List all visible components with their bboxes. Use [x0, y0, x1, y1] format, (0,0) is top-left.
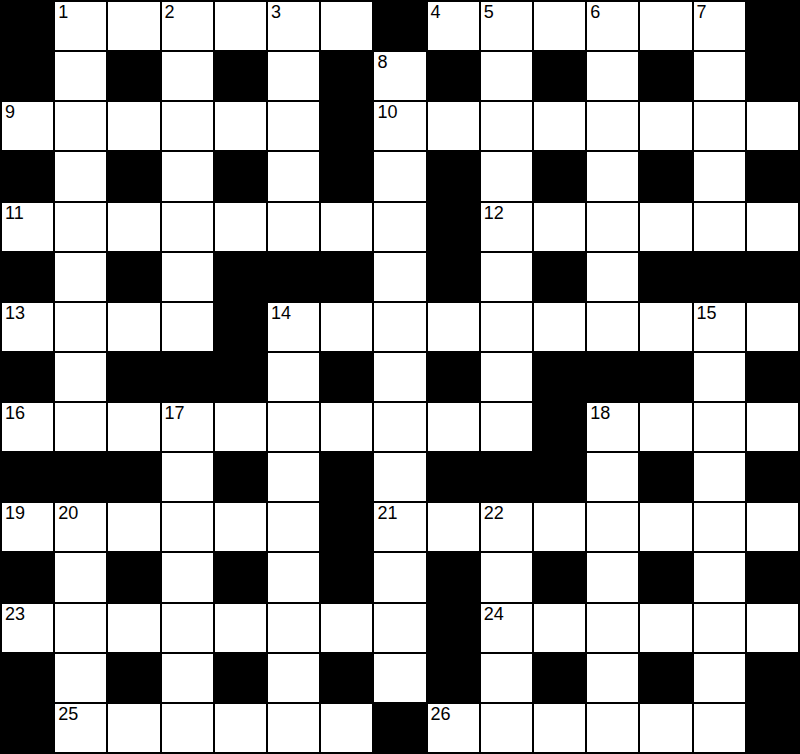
grid-cell[interactable]: 13	[2, 303, 53, 351]
grid-cell[interactable]	[747, 503, 798, 551]
block-cell	[428, 453, 479, 501]
grid-cell[interactable]	[694, 152, 745, 200]
grid-cell[interactable]: 9	[2, 102, 53, 150]
grid-cell[interactable]	[55, 203, 106, 251]
grid-cell[interactable]	[374, 353, 425, 401]
grid-cell[interactable]	[694, 604, 745, 652]
grid-cell[interactable]	[694, 403, 745, 451]
grid-cell[interactable]: 15	[694, 303, 745, 351]
grid-cell[interactable]	[587, 704, 638, 752]
block-cell	[108, 553, 159, 601]
clue-number: 15	[697, 304, 717, 323]
block-cell	[2, 453, 53, 501]
grid-cell[interactable]	[747, 403, 798, 451]
grid-cell[interactable]	[481, 403, 532, 451]
block-cell	[640, 152, 691, 200]
grid-cell[interactable]: 26	[428, 704, 479, 752]
grid-cell[interactable]: 16	[2, 403, 53, 451]
clue-number: 8	[377, 53, 387, 72]
block-cell	[321, 453, 372, 501]
grid-cell[interactable]	[268, 203, 319, 251]
grid-cell[interactable]	[55, 253, 106, 301]
grid-cell[interactable]	[694, 453, 745, 501]
grid-cell[interactable]	[268, 604, 319, 652]
grid-cell[interactable]	[640, 503, 691, 551]
block-cell	[321, 253, 372, 301]
grid-cell[interactable]: 11	[2, 203, 53, 251]
grid-cell[interactable]	[162, 203, 213, 251]
block-cell	[428, 203, 479, 251]
grid-cell[interactable]	[162, 503, 213, 551]
block-cell	[428, 654, 479, 702]
grid-cell[interactable]	[534, 704, 585, 752]
grid-cell[interactable]	[640, 203, 691, 251]
block-cell	[215, 152, 266, 200]
grid-cell[interactable]	[108, 102, 159, 150]
grid-cell[interactable]: 2	[162, 2, 213, 50]
grid-cell[interactable]: 12	[481, 203, 532, 251]
grid-cell[interactable]	[321, 604, 372, 652]
block-cell	[2, 152, 53, 200]
grid-cell[interactable]	[374, 453, 425, 501]
block-cell	[428, 253, 479, 301]
block-cell	[321, 353, 372, 401]
grid-cell[interactable]	[640, 403, 691, 451]
grid-cell[interactable]	[268, 704, 319, 752]
block-cell	[268, 253, 319, 301]
clue-number: 3	[271, 3, 281, 22]
clue-number: 13	[5, 304, 25, 323]
grid-cell[interactable]	[374, 553, 425, 601]
grid-cell[interactable]	[694, 52, 745, 100]
grid-cell[interactable]	[481, 353, 532, 401]
grid-cell[interactable]: 8	[374, 52, 425, 100]
grid-cell[interactable]	[321, 704, 372, 752]
grid-cell[interactable]	[215, 102, 266, 150]
block-cell	[428, 604, 479, 652]
block-cell	[587, 353, 638, 401]
grid-cell[interactable]	[587, 303, 638, 351]
block-cell	[108, 654, 159, 702]
block-cell	[108, 453, 159, 501]
block-cell	[534, 353, 585, 401]
block-cell	[321, 553, 372, 601]
block-cell	[747, 453, 798, 501]
grid-cell[interactable]	[428, 303, 479, 351]
block-cell	[162, 353, 213, 401]
grid-cell[interactable]	[321, 203, 372, 251]
grid-cell[interactable]	[587, 152, 638, 200]
grid-cell[interactable]	[215, 203, 266, 251]
clue-number: 22	[484, 504, 504, 523]
clue-number: 18	[590, 404, 610, 423]
clue-number: 1	[58, 3, 68, 22]
block-cell	[374, 2, 425, 50]
grid-cell[interactable]	[162, 604, 213, 652]
grid-cell[interactable]: 18	[587, 403, 638, 451]
block-cell	[747, 553, 798, 601]
grid-cell[interactable]: 3	[268, 2, 319, 50]
grid-cell[interactable]	[534, 303, 585, 351]
grid-cell[interactable]	[587, 52, 638, 100]
grid-cell[interactable]	[55, 403, 106, 451]
grid-cell[interactable]	[694, 654, 745, 702]
grid-cell[interactable]	[428, 102, 479, 150]
block-cell	[2, 353, 53, 401]
block-cell	[2, 553, 53, 601]
clue-number: 5	[484, 3, 494, 22]
block-cell	[747, 52, 798, 100]
grid-cell[interactable]: 1	[55, 2, 106, 50]
grid-cell[interactable]	[321, 2, 372, 50]
grid-cell[interactable]	[747, 102, 798, 150]
block-cell	[534, 52, 585, 100]
grid-cell[interactable]	[162, 654, 213, 702]
grid-cell[interactable]	[321, 403, 372, 451]
grid-cell[interactable]	[374, 654, 425, 702]
grid-cell[interactable]	[268, 353, 319, 401]
grid-cell[interactable]	[108, 2, 159, 50]
clue-number: 26	[431, 705, 451, 724]
grid-cell[interactable]	[55, 604, 106, 652]
grid-cell[interactable]	[108, 403, 159, 451]
clue-number: 24	[484, 605, 504, 624]
block-cell	[640, 353, 691, 401]
grid-cell[interactable]	[587, 654, 638, 702]
grid-cell[interactable]	[534, 503, 585, 551]
grid-cell[interactable]: 21	[374, 503, 425, 551]
block-cell	[108, 253, 159, 301]
block-cell	[215, 654, 266, 702]
grid-cell[interactable]	[587, 503, 638, 551]
grid-cell[interactable]	[640, 303, 691, 351]
clue-number: 6	[590, 3, 600, 22]
grid-cell[interactable]	[162, 253, 213, 301]
grid-cell[interactable]	[108, 203, 159, 251]
block-cell	[321, 102, 372, 150]
clue-number: 19	[5, 504, 25, 523]
grid-cell[interactable]	[587, 203, 638, 251]
grid-cell[interactable]	[55, 152, 106, 200]
block-cell	[428, 553, 479, 601]
block-cell	[534, 152, 585, 200]
grid-cell[interactable]	[481, 704, 532, 752]
block-cell	[534, 253, 585, 301]
grid-cell[interactable]	[694, 353, 745, 401]
block-cell	[215, 52, 266, 100]
grid-cell[interactable]: 23	[2, 604, 53, 652]
clue-number: 4	[431, 3, 441, 22]
clue-number: 12	[484, 204, 504, 223]
block-cell	[2, 2, 53, 50]
grid-cell[interactable]: 14	[268, 303, 319, 351]
block-cell	[428, 152, 479, 200]
grid-cell[interactable]	[694, 553, 745, 601]
grid-cell[interactable]	[747, 604, 798, 652]
grid-cell[interactable]	[481, 102, 532, 150]
block-cell	[108, 52, 159, 100]
grid-cell[interactable]	[268, 553, 319, 601]
block-cell	[321, 152, 372, 200]
grid-cell[interactable]: 20	[55, 503, 106, 551]
block-cell	[374, 704, 425, 752]
block-cell	[108, 353, 159, 401]
clue-number: 11	[5, 204, 24, 223]
grid-cell[interactable]	[374, 303, 425, 351]
grid-cell[interactable]	[55, 654, 106, 702]
clue-number: 16	[5, 404, 25, 423]
grid-cell[interactable]: 10	[374, 102, 425, 150]
block-cell	[2, 253, 53, 301]
grid-cell[interactable]	[55, 102, 106, 150]
clue-number: 10	[377, 103, 397, 122]
grid-cell[interactable]	[640, 704, 691, 752]
grid-cell[interactable]: 17	[162, 403, 213, 451]
grid-cell[interactable]	[162, 553, 213, 601]
grid-cell[interactable]	[694, 102, 745, 150]
grid-cell[interactable]	[374, 253, 425, 301]
grid-cell[interactable]	[640, 102, 691, 150]
block-cell	[534, 403, 585, 451]
grid-cell[interactable]	[587, 453, 638, 501]
grid-cell[interactable]	[55, 303, 106, 351]
block-cell	[55, 453, 106, 501]
block-cell	[640, 52, 691, 100]
grid-cell[interactable]	[694, 203, 745, 251]
grid-cell[interactable]: 5	[481, 2, 532, 50]
block-cell	[747, 704, 798, 752]
block-cell	[321, 503, 372, 551]
grid-cell[interactable]	[640, 604, 691, 652]
grid-cell[interactable]	[108, 503, 159, 551]
grid-cell[interactable]	[587, 102, 638, 150]
grid-cell[interactable]	[374, 152, 425, 200]
block-cell	[2, 52, 53, 100]
grid-cell[interactable]	[215, 503, 266, 551]
block-cell	[215, 303, 266, 351]
grid-cell[interactable]	[215, 704, 266, 752]
clue-number: 14	[271, 304, 291, 323]
block-cell	[640, 453, 691, 501]
grid-cell[interactable]	[747, 303, 798, 351]
block-cell	[215, 453, 266, 501]
grid-cell[interactable]	[268, 654, 319, 702]
block-cell	[2, 704, 53, 752]
grid-cell[interactable]	[55, 52, 106, 100]
grid-cell[interactable]	[268, 453, 319, 501]
block-cell	[747, 654, 798, 702]
grid-cell[interactable]	[215, 403, 266, 451]
block-cell	[640, 654, 691, 702]
block-cell	[215, 253, 266, 301]
block-cell	[481, 453, 532, 501]
grid-cell[interactable]	[428, 403, 479, 451]
grid-cell[interactable]: 22	[481, 503, 532, 551]
grid-cell[interactable]: 25	[55, 704, 106, 752]
grid-cell[interactable]: 6	[587, 2, 638, 50]
grid-cell[interactable]	[374, 203, 425, 251]
grid-cell[interactable]	[268, 52, 319, 100]
block-cell	[428, 52, 479, 100]
crossword-board: 1234567891011121314151617181920212223242…	[0, 0, 800, 754]
block-cell	[694, 253, 745, 301]
clue-number: 23	[5, 605, 25, 624]
grid-cell[interactable]	[587, 253, 638, 301]
grid-cell[interactable]	[481, 152, 532, 200]
grid-cell[interactable]	[215, 604, 266, 652]
grid-cell[interactable]	[55, 353, 106, 401]
block-cell	[108, 152, 159, 200]
block-cell	[747, 152, 798, 200]
block-cell	[534, 654, 585, 702]
block-cell	[747, 2, 798, 50]
grid-cell[interactable]	[268, 152, 319, 200]
clue-number: 21	[377, 504, 397, 523]
grid-cell[interactable]	[534, 203, 585, 251]
block-cell	[428, 353, 479, 401]
grid-cell[interactable]	[374, 604, 425, 652]
block-cell	[215, 553, 266, 601]
block-cell	[2, 654, 53, 702]
grid-cell[interactable]	[162, 52, 213, 100]
grid-cell[interactable]: 4	[428, 2, 479, 50]
block-cell	[534, 453, 585, 501]
grid-cell[interactable]	[694, 503, 745, 551]
grid-cell[interactable]: 24	[481, 604, 532, 652]
grid-cell[interactable]	[374, 403, 425, 451]
grid-cell[interactable]	[534, 2, 585, 50]
grid-cell[interactable]: 7	[694, 2, 745, 50]
grid-cell[interactable]	[268, 102, 319, 150]
grid-cell[interactable]	[534, 102, 585, 150]
grid-cell[interactable]	[640, 2, 691, 50]
grid-cell[interactable]	[215, 2, 266, 50]
grid-cell[interactable]	[268, 503, 319, 551]
block-cell	[640, 253, 691, 301]
grid-cell[interactable]	[321, 303, 372, 351]
grid-cell[interactable]	[108, 604, 159, 652]
grid-cell[interactable]	[481, 553, 532, 601]
block-cell	[747, 353, 798, 401]
grid-cell[interactable]	[162, 102, 213, 150]
grid-cell[interactable]	[268, 403, 319, 451]
grid-cell[interactable]	[108, 303, 159, 351]
grid-cell[interactable]	[55, 553, 106, 601]
grid-cell[interactable]	[481, 654, 532, 702]
clue-number: 20	[58, 504, 78, 523]
grid-cell[interactable]	[481, 303, 532, 351]
clue-number: 2	[165, 3, 175, 22]
clue-number: 9	[5, 103, 15, 122]
grid-cell[interactable]	[587, 604, 638, 652]
block-cell	[747, 253, 798, 301]
grid-cell[interactable]	[162, 303, 213, 351]
grid-cell[interactable]: 19	[2, 503, 53, 551]
block-cell	[534, 553, 585, 601]
grid-cell[interactable]	[534, 604, 585, 652]
grid-cell[interactable]	[428, 503, 479, 551]
clue-number: 7	[697, 3, 707, 22]
grid-cell[interactable]	[587, 553, 638, 601]
grid-cell[interactable]	[162, 704, 213, 752]
grid-cell[interactable]	[481, 253, 532, 301]
grid-cell[interactable]	[481, 52, 532, 100]
clue-number: 25	[58, 705, 78, 724]
grid-cell[interactable]	[162, 453, 213, 501]
grid-cell[interactable]	[747, 203, 798, 251]
grid-cell[interactable]	[108, 704, 159, 752]
block-cell	[321, 654, 372, 702]
grid-cell[interactable]	[694, 704, 745, 752]
block-cell	[640, 553, 691, 601]
block-cell	[321, 52, 372, 100]
clue-number: 17	[165, 404, 185, 423]
grid-cell[interactable]	[162, 152, 213, 200]
block-cell	[215, 353, 266, 401]
